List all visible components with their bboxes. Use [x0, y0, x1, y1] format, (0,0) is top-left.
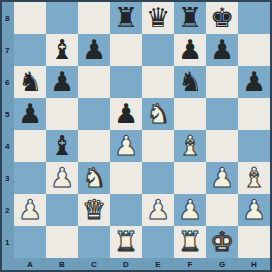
- piece-white-queen[interactable]: ♛: [82, 194, 106, 226]
- file-label-h: H: [238, 258, 270, 270]
- square-a7[interactable]: [14, 34, 46, 66]
- rank-label-7: 7: [2, 34, 14, 66]
- square-e4[interactable]: [142, 130, 174, 162]
- square-b3[interactable]: ♟: [46, 162, 78, 194]
- piece-white-knight[interactable]: ♞: [82, 162, 106, 194]
- square-f8[interactable]: ♜: [174, 2, 206, 34]
- square-a6[interactable]: ♞: [14, 66, 46, 98]
- piece-white-knight[interactable]: ♞: [146, 98, 170, 130]
- square-b7[interactable]: ♝: [46, 34, 78, 66]
- square-e2[interactable]: ♟: [142, 194, 174, 226]
- square-e7[interactable]: [142, 34, 174, 66]
- piece-white-pawn[interactable]: ♟: [146, 194, 170, 226]
- square-b1[interactable]: [46, 226, 78, 258]
- square-e5[interactable]: ♞: [142, 98, 174, 130]
- file-label-g: G: [206, 258, 238, 270]
- square-b2[interactable]: [46, 194, 78, 226]
- rank-label-2: 2: [2, 194, 14, 226]
- rank-label-6: 6: [2, 66, 14, 98]
- piece-black-pawn[interactable]: ♟: [114, 98, 138, 130]
- piece-black-pawn[interactable]: ♟: [18, 98, 42, 130]
- square-c4[interactable]: [78, 130, 110, 162]
- square-a5[interactable]: ♟: [14, 98, 46, 130]
- square-a4[interactable]: [14, 130, 46, 162]
- square-g6[interactable]: [206, 66, 238, 98]
- piece-black-queen[interactable]: ♛: [146, 2, 170, 34]
- square-g5[interactable]: [206, 98, 238, 130]
- file-label-a: A: [14, 258, 46, 270]
- piece-white-pawn[interactable]: ♟: [114, 130, 138, 162]
- square-h2[interactable]: ♟: [238, 194, 270, 226]
- square-c6[interactable]: [78, 66, 110, 98]
- square-g3[interactable]: ♟: [206, 162, 238, 194]
- piece-black-bishop[interactable]: ♝: [50, 34, 74, 66]
- square-e8[interactable]: ♛: [142, 2, 174, 34]
- square-c2[interactable]: ♛: [78, 194, 110, 226]
- square-d3[interactable]: [110, 162, 142, 194]
- square-d2[interactable]: [110, 194, 142, 226]
- file-label-f: F: [174, 258, 206, 270]
- piece-black-bishop[interactable]: ♝: [50, 130, 74, 162]
- square-e1[interactable]: [142, 226, 174, 258]
- piece-white-rook[interactable]: ♜: [178, 226, 202, 258]
- square-f5[interactable]: [174, 98, 206, 130]
- square-g7[interactable]: ♟: [206, 34, 238, 66]
- rank-label-4: 4: [2, 130, 14, 162]
- chess-board: 8♜♛♜♚7♝♟♟♟6♞♟♞♟5♟♟♞4♝♟♝3♟♞♟♝2♟♛♟♟♟1♜♜♚AB…: [0, 0, 272, 272]
- square-d4[interactable]: ♟: [110, 130, 142, 162]
- piece-black-rook[interactable]: ♜: [114, 2, 138, 34]
- piece-black-knight[interactable]: ♞: [178, 66, 202, 98]
- piece-white-rook[interactable]: ♜: [114, 226, 138, 258]
- square-f2[interactable]: ♟: [174, 194, 206, 226]
- square-b5[interactable]: [46, 98, 78, 130]
- square-c8[interactable]: [78, 2, 110, 34]
- square-c1[interactable]: [78, 226, 110, 258]
- square-g2[interactable]: [206, 194, 238, 226]
- square-d6[interactable]: [110, 66, 142, 98]
- piece-black-pawn[interactable]: ♟: [242, 66, 266, 98]
- square-h4[interactable]: [238, 130, 270, 162]
- piece-white-bishop[interactable]: ♝: [242, 162, 266, 194]
- square-e3[interactable]: [142, 162, 174, 194]
- square-d7[interactable]: [110, 34, 142, 66]
- file-label-e: E: [142, 258, 174, 270]
- square-b6[interactable]: ♟: [46, 66, 78, 98]
- square-b4[interactable]: ♝: [46, 130, 78, 162]
- file-label-c: C: [78, 258, 110, 270]
- square-g1[interactable]: ♚: [206, 226, 238, 258]
- square-e6[interactable]: [142, 66, 174, 98]
- rank-label-5: 5: [2, 98, 14, 130]
- square-g8[interactable]: ♚: [206, 2, 238, 34]
- square-h5[interactable]: [238, 98, 270, 130]
- piece-black-rook[interactable]: ♜: [178, 2, 202, 34]
- rank-label-3: 3: [2, 162, 14, 194]
- square-g4[interactable]: [206, 130, 238, 162]
- square-a1[interactable]: [14, 226, 46, 258]
- square-d5[interactable]: ♟: [110, 98, 142, 130]
- piece-white-pawn[interactable]: ♟: [50, 162, 74, 194]
- piece-white-pawn[interactable]: ♟: [210, 162, 234, 194]
- square-d1[interactable]: ♜: [110, 226, 142, 258]
- piece-white-bishop[interactable]: ♝: [178, 130, 202, 162]
- piece-black-pawn[interactable]: ♟: [210, 34, 234, 66]
- square-f3[interactable]: [174, 162, 206, 194]
- square-f4[interactable]: ♝: [174, 130, 206, 162]
- square-c5[interactable]: [78, 98, 110, 130]
- square-h6[interactable]: ♟: [238, 66, 270, 98]
- piece-black-knight[interactable]: ♞: [18, 66, 42, 98]
- piece-white-pawn[interactable]: ♟: [242, 194, 266, 226]
- square-h8[interactable]: [238, 2, 270, 34]
- rank-label-1: 1: [2, 226, 14, 258]
- file-label-b: B: [46, 258, 78, 270]
- piece-black-king[interactable]: ♚: [210, 2, 234, 34]
- square-f6[interactable]: ♞: [174, 66, 206, 98]
- piece-black-pawn[interactable]: ♟: [82, 34, 106, 66]
- square-a3[interactable]: [14, 162, 46, 194]
- file-label-d: D: [110, 258, 142, 270]
- piece-white-king[interactable]: ♚: [210, 226, 234, 258]
- gutter-corner: [2, 258, 14, 270]
- square-h3[interactable]: ♝: [238, 162, 270, 194]
- square-b8[interactable]: [46, 2, 78, 34]
- square-d8[interactable]: ♜: [110, 2, 142, 34]
- square-a2[interactable]: ♟: [14, 194, 46, 226]
- square-h7[interactable]: [238, 34, 270, 66]
- square-a8[interactable]: [14, 2, 46, 34]
- piece-white-pawn[interactable]: ♟: [178, 194, 202, 226]
- square-h1[interactable]: [238, 226, 270, 258]
- piece-black-pawn[interactable]: ♟: [50, 66, 74, 98]
- piece-white-pawn[interactable]: ♟: [18, 194, 42, 226]
- square-f1[interactable]: ♜: [174, 226, 206, 258]
- square-c7[interactable]: ♟: [78, 34, 110, 66]
- square-f7[interactable]: ♟: [174, 34, 206, 66]
- square-c3[interactable]: ♞: [78, 162, 110, 194]
- rank-label-8: 8: [2, 2, 14, 34]
- piece-black-pawn[interactable]: ♟: [178, 34, 202, 66]
